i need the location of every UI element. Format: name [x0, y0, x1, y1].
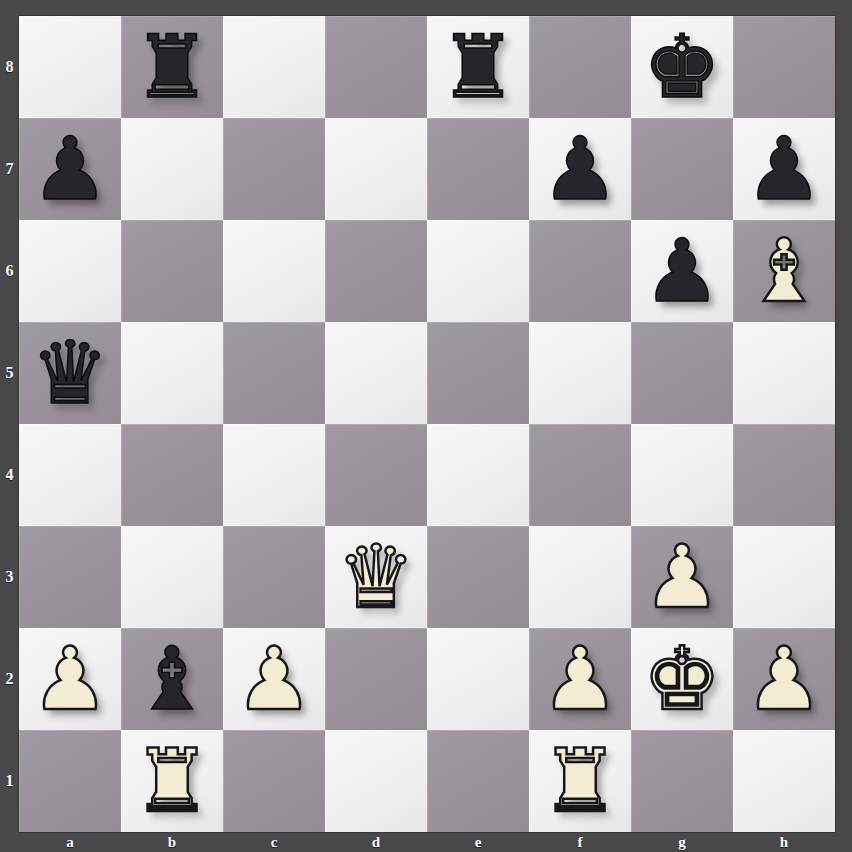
square-f3[interactable]: [529, 526, 631, 628]
white-king[interactable]: ♚: [643, 628, 721, 730]
square-c5[interactable]: [223, 322, 325, 424]
square-e5[interactable]: [427, 322, 529, 424]
square-a8[interactable]: [19, 16, 121, 118]
white-pawn[interactable]: ♟: [745, 628, 823, 730]
square-d6[interactable]: [325, 220, 427, 322]
square-a2[interactable]: ♟: [19, 628, 121, 730]
square-c6[interactable]: [223, 220, 325, 322]
square-h8[interactable]: [733, 16, 835, 118]
white-pawn[interactable]: ♟: [643, 526, 721, 628]
square-b5[interactable]: [121, 322, 223, 424]
white-pawn[interactable]: ♟: [31, 628, 109, 730]
black-pawn[interactable]: ♟: [31, 118, 109, 220]
file-label-g: g: [631, 833, 733, 852]
square-f4[interactable]: [529, 424, 631, 526]
square-g7[interactable]: [631, 118, 733, 220]
square-g4[interactable]: [631, 424, 733, 526]
black-queen[interactable]: ♛: [31, 322, 109, 424]
square-h4[interactable]: [733, 424, 835, 526]
rank-label-4: 4: [0, 424, 19, 526]
file-label-b: b: [121, 833, 223, 852]
black-pawn[interactable]: ♟: [643, 220, 721, 322]
square-d1[interactable]: [325, 730, 427, 832]
square-h5[interactable]: [733, 322, 835, 424]
square-b4[interactable]: [121, 424, 223, 526]
white-bishop[interactable]: ♝: [745, 220, 823, 322]
square-b1[interactable]: ♜: [121, 730, 223, 832]
square-c7[interactable]: [223, 118, 325, 220]
square-h7[interactable]: ♟: [733, 118, 835, 220]
white-pawn[interactable]: ♟: [235, 628, 313, 730]
rank-label-8: 8: [0, 16, 19, 118]
square-c2[interactable]: ♟: [223, 628, 325, 730]
square-c3[interactable]: [223, 526, 325, 628]
square-e1[interactable]: [427, 730, 529, 832]
square-d4[interactable]: [325, 424, 427, 526]
square-h2[interactable]: ♟: [733, 628, 835, 730]
square-e8[interactable]: ♜: [427, 16, 529, 118]
square-b7[interactable]: [121, 118, 223, 220]
file-label-e: e: [427, 833, 529, 852]
square-g8[interactable]: ♚: [631, 16, 733, 118]
square-a5[interactable]: ♛: [19, 322, 121, 424]
file-label-f: f: [529, 833, 631, 852]
square-a4[interactable]: [19, 424, 121, 526]
square-c1[interactable]: [223, 730, 325, 832]
square-f8[interactable]: [529, 16, 631, 118]
square-a7[interactable]: ♟: [19, 118, 121, 220]
square-e4[interactable]: [427, 424, 529, 526]
file-label-d: d: [325, 833, 427, 852]
rank-label-6: 6: [0, 220, 19, 322]
chess-board-frame: ♜♜♚♟♟♟♟♝♛♛♟♟♝♟♟♚♟♜♜ 87654321 abcdefgh: [0, 0, 852, 852]
square-c8[interactable]: [223, 16, 325, 118]
square-g3[interactable]: ♟: [631, 526, 733, 628]
square-g1[interactable]: [631, 730, 733, 832]
square-g6[interactable]: ♟: [631, 220, 733, 322]
black-rook[interactable]: ♜: [133, 16, 211, 118]
square-h6[interactable]: ♝: [733, 220, 835, 322]
black-pawn[interactable]: ♟: [745, 118, 823, 220]
square-a3[interactable]: [19, 526, 121, 628]
square-h3[interactable]: [733, 526, 835, 628]
rank-label-2: 2: [0, 628, 19, 730]
black-rook[interactable]: ♜: [439, 16, 517, 118]
square-d8[interactable]: [325, 16, 427, 118]
file-label-c: c: [223, 833, 325, 852]
square-f6[interactable]: [529, 220, 631, 322]
square-b8[interactable]: ♜: [121, 16, 223, 118]
square-e6[interactable]: [427, 220, 529, 322]
file-label-h: h: [733, 833, 835, 852]
square-d3[interactable]: ♛: [325, 526, 427, 628]
square-h1[interactable]: [733, 730, 835, 832]
square-a1[interactable]: [19, 730, 121, 832]
white-pawn[interactable]: ♟: [541, 628, 619, 730]
square-b3[interactable]: [121, 526, 223, 628]
square-f2[interactable]: ♟: [529, 628, 631, 730]
file-label-a: a: [19, 833, 121, 852]
square-b6[interactable]: [121, 220, 223, 322]
rank-label-3: 3: [0, 526, 19, 628]
square-g2[interactable]: ♚: [631, 628, 733, 730]
square-e7[interactable]: [427, 118, 529, 220]
square-e3[interactable]: [427, 526, 529, 628]
square-f5[interactable]: [529, 322, 631, 424]
square-e2[interactable]: [427, 628, 529, 730]
square-c4[interactable]: [223, 424, 325, 526]
square-d2[interactable]: [325, 628, 427, 730]
square-d5[interactable]: [325, 322, 427, 424]
square-b2[interactable]: ♝: [121, 628, 223, 730]
chess-board: ♜♜♚♟♟♟♟♝♛♛♟♟♝♟♟♚♟♜♜: [19, 16, 835, 832]
rank-label-1: 1: [0, 730, 19, 832]
white-rook[interactable]: ♜: [133, 730, 211, 832]
square-f7[interactable]: ♟: [529, 118, 631, 220]
square-g5[interactable]: [631, 322, 733, 424]
square-a6[interactable]: [19, 220, 121, 322]
rank-label-7: 7: [0, 118, 19, 220]
black-king[interactable]: ♚: [643, 16, 721, 118]
rank-label-5: 5: [0, 322, 19, 424]
square-d7[interactable]: [325, 118, 427, 220]
white-rook[interactable]: ♜: [541, 730, 619, 832]
black-bishop[interactable]: ♝: [133, 628, 211, 730]
square-f1[interactable]: ♜: [529, 730, 631, 832]
white-queen[interactable]: ♛: [337, 526, 415, 628]
black-pawn[interactable]: ♟: [541, 118, 619, 220]
